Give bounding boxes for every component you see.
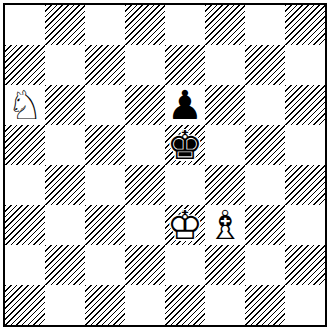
square-b2[interactable]: [45, 245, 85, 285]
square-c1[interactable]: [85, 285, 125, 325]
square-f1[interactable]: [205, 285, 245, 325]
white-bishop-icon: ♗: [205, 205, 245, 245]
square-e4[interactable]: [165, 165, 205, 205]
square-f5[interactable]: [205, 125, 245, 165]
square-b6[interactable]: [45, 85, 85, 125]
square-b5[interactable]: [45, 125, 85, 165]
square-f4[interactable]: [205, 165, 245, 205]
square-a4[interactable]: [5, 165, 45, 205]
square-f2[interactable]: [205, 245, 245, 285]
piece-black-pawn[interactable]: ♟♟: [165, 85, 205, 125]
chess-board: ♞♘♟♟♚♚♚♔♝♗: [5, 5, 325, 325]
square-g7[interactable]: [245, 45, 285, 85]
square-d1[interactable]: [125, 285, 165, 325]
square-c5[interactable]: [85, 125, 125, 165]
square-f7[interactable]: [205, 45, 245, 85]
square-h3[interactable]: [285, 205, 325, 245]
square-b7[interactable]: [45, 45, 85, 85]
square-c8[interactable]: [85, 5, 125, 45]
square-b8[interactable]: [45, 5, 85, 45]
square-a5[interactable]: [5, 125, 45, 165]
square-g8[interactable]: [245, 5, 285, 45]
square-g4[interactable]: [245, 165, 285, 205]
square-b3[interactable]: [45, 205, 85, 245]
square-e2[interactable]: [165, 245, 205, 285]
board-frame: ♞♘♟♟♚♚♚♔♝♗: [3, 3, 327, 327]
piece-white-bishop[interactable]: ♝♗: [205, 205, 245, 245]
square-d2[interactable]: [125, 245, 165, 285]
square-g1[interactable]: [245, 285, 285, 325]
square-b1[interactable]: [45, 285, 85, 325]
square-a1[interactable]: [5, 285, 45, 325]
square-c2[interactable]: [85, 245, 125, 285]
square-e7[interactable]: [165, 45, 205, 85]
square-h5[interactable]: [285, 125, 325, 165]
square-h6[interactable]: [285, 85, 325, 125]
square-h4[interactable]: [285, 165, 325, 205]
square-h7[interactable]: [285, 45, 325, 85]
square-a6[interactable]: ♞♘: [5, 85, 45, 125]
square-f6[interactable]: [205, 85, 245, 125]
square-e8[interactable]: [165, 5, 205, 45]
white-knight-icon: ♘: [5, 85, 45, 125]
square-f3[interactable]: ♝♗: [205, 205, 245, 245]
square-b4[interactable]: [45, 165, 85, 205]
square-c7[interactable]: [85, 45, 125, 85]
square-h2[interactable]: [285, 245, 325, 285]
square-a3[interactable]: [5, 205, 45, 245]
white-king-icon: ♔: [165, 205, 205, 245]
square-d3[interactable]: [125, 205, 165, 245]
square-d4[interactable]: [125, 165, 165, 205]
piece-black-king[interactable]: ♚♚: [165, 125, 205, 165]
square-g5[interactable]: [245, 125, 285, 165]
piece-white-knight[interactable]: ♞♘: [5, 85, 45, 125]
square-e5[interactable]: ♚♚: [165, 125, 205, 165]
square-a8[interactable]: [5, 5, 45, 45]
square-e6[interactable]: ♟♟: [165, 85, 205, 125]
square-g2[interactable]: [245, 245, 285, 285]
square-h1[interactable]: [285, 285, 325, 325]
square-f8[interactable]: [205, 5, 245, 45]
square-a2[interactable]: [5, 245, 45, 285]
square-d8[interactable]: [125, 5, 165, 45]
square-c6[interactable]: [85, 85, 125, 125]
square-e3[interactable]: ♚♔: [165, 205, 205, 245]
square-a7[interactable]: [5, 45, 45, 85]
square-d7[interactable]: [125, 45, 165, 85]
square-d6[interactable]: [125, 85, 165, 125]
square-h8[interactable]: [285, 5, 325, 45]
black-pawn-icon: ♟: [165, 85, 205, 125]
square-c3[interactable]: [85, 205, 125, 245]
piece-white-king[interactable]: ♚♔: [165, 205, 205, 245]
square-g3[interactable]: [245, 205, 285, 245]
square-g6[interactable]: [245, 85, 285, 125]
square-c4[interactable]: [85, 165, 125, 205]
square-e1[interactable]: [165, 285, 205, 325]
black-king-icon: ♚: [165, 125, 205, 165]
square-d5[interactable]: [125, 125, 165, 165]
